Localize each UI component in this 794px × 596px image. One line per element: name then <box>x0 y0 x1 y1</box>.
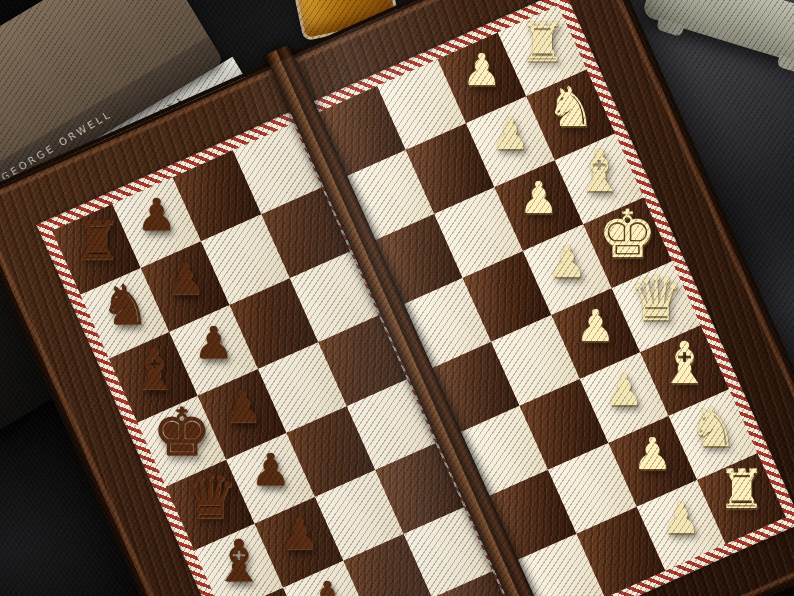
white-knight-piece[interactable]: ♞ <box>688 399 737 454</box>
black-rook-piece[interactable]: ♜ <box>72 214 120 268</box>
black-king-piece[interactable]: ♚ <box>152 400 211 466</box>
scene: GEORGE HAYVAN ÇİFTLİĞİ GEORGE ORWELL ♜♟♞… <box>0 0 794 596</box>
black-pawn-piece[interactable]: ♟ <box>165 257 204 301</box>
white-pawn-piece[interactable]: ♟ <box>491 112 530 156</box>
white-pawn-piece[interactable]: ♟ <box>519 176 558 220</box>
white-king-piece[interactable]: ♚ <box>598 202 657 268</box>
black-bishop-piece[interactable]: ♝ <box>213 532 265 590</box>
white-pawn-piece[interactable]: ♟ <box>662 495 701 539</box>
white-pawn-piece[interactable]: ♟ <box>548 240 587 284</box>
black-pawn-piece[interactable]: ♟ <box>222 384 261 428</box>
black-pawn-piece[interactable]: ♟ <box>194 320 233 364</box>
white-queen-piece[interactable]: ♛ <box>628 268 684 330</box>
black-pawn-piece[interactable]: ♟ <box>308 576 347 596</box>
white-pawn-piece[interactable]: ♟ <box>633 431 672 475</box>
black-pawn-piece[interactable]: ♟ <box>251 448 290 492</box>
white-rook-piece[interactable]: ♜ <box>518 16 566 70</box>
black-queen-piece[interactable]: ♛ <box>183 466 239 528</box>
white-pawn-piece[interactable]: ♟ <box>605 368 644 412</box>
white-pawn-piece[interactable]: ♟ <box>462 48 501 92</box>
black-pawn-piece[interactable]: ♟ <box>279 512 318 556</box>
tray-beads <box>667 0 794 16</box>
white-rook-piece[interactable]: ♜ <box>717 464 765 518</box>
black-knight-piece[interactable]: ♞ <box>100 278 149 333</box>
white-knight-piece[interactable]: ♞ <box>546 79 595 134</box>
white-bishop-piece[interactable]: ♝ <box>573 142 625 200</box>
black-bishop-piece[interactable]: ♝ <box>127 340 179 398</box>
decorative-tray <box>641 0 794 73</box>
white-pawn-piece[interactable]: ♟ <box>576 304 615 348</box>
white-bishop-piece[interactable]: ♝ <box>659 334 711 392</box>
black-pawn-piece[interactable]: ♟ <box>137 193 176 237</box>
